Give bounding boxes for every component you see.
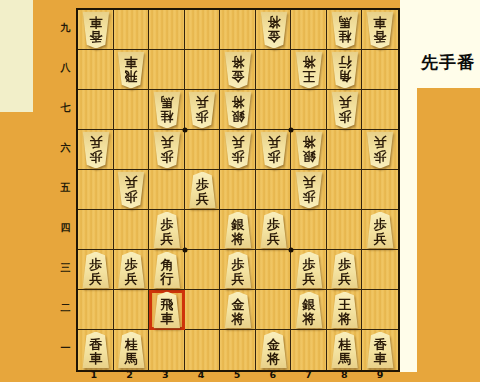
rank-label: 八	[57, 48, 74, 88]
board-cell[interactable]	[114, 90, 150, 130]
gote-piece-body: 桂馬	[116, 332, 146, 369]
gote-piece-body: 歩兵	[330, 252, 360, 289]
board-cell[interactable]	[291, 10, 327, 50]
board-cell[interactable]	[327, 210, 363, 250]
shogi-piece[interactable]: 銀将	[294, 132, 324, 169]
gote-piece-body: 飛車	[152, 292, 182, 329]
piece-kanji: 飛車	[160, 297, 173, 325]
board-cell[interactable]	[78, 210, 114, 250]
sente-piece-body: 桂馬	[330, 11, 360, 48]
piece-kanji: 香車	[374, 15, 387, 43]
piece-kanji: 歩兵	[374, 217, 387, 245]
shogi-piece[interactable]: 歩兵	[116, 172, 146, 209]
piece-kanji: 銀将	[232, 95, 245, 123]
shogi-piece[interactable]: 飛車	[116, 52, 146, 89]
shogi-piece[interactable]: 飛車	[152, 292, 182, 329]
board-cell[interactable]	[220, 170, 256, 210]
gote-piece-body: 香車	[365, 332, 395, 369]
shogi-piece[interactable]: 金将	[259, 332, 289, 369]
rank-labels: 九八七六五四三二一	[57, 8, 74, 368]
board-cell[interactable]	[185, 290, 221, 330]
file-label: 5	[219, 369, 255, 380]
shogi-piece[interactable]: 歩兵	[116, 252, 146, 289]
piece-kanji: 金将	[232, 55, 245, 83]
board-cell[interactable]	[149, 10, 185, 50]
shogi-piece[interactable]: 桂馬	[330, 332, 360, 369]
board-cell[interactable]	[149, 170, 185, 210]
shogi-piece[interactable]: 銀将	[223, 212, 253, 249]
sente-piece-body: 歩兵	[116, 172, 146, 209]
board-cell[interactable]	[362, 290, 398, 330]
file-label: 9	[362, 369, 398, 380]
sente-piece-body: 歩兵	[294, 172, 324, 209]
shogi-piece[interactable]: 金将	[223, 52, 253, 89]
shogi-piece[interactable]: 角行	[330, 52, 360, 89]
piece-kanji: 金将	[267, 15, 280, 43]
sente-piece-body: 銀将	[223, 92, 253, 129]
gote-piece-body: 歩兵	[223, 252, 253, 289]
shogi-piece[interactable]: 香車	[81, 11, 111, 48]
board-cell[interactable]	[327, 170, 363, 210]
board-cell[interactable]	[256, 170, 292, 210]
board-cell[interactable]	[114, 10, 150, 50]
rank-label: 二	[57, 288, 74, 328]
piece-kanji: 歩兵	[303, 175, 316, 203]
shogi-piece[interactable]: 歩兵	[259, 132, 289, 169]
piece-kanji: 歩兵	[303, 257, 316, 285]
shogi-piece[interactable]: 歩兵	[294, 172, 324, 209]
gote-piece-body: 歩兵	[294, 252, 324, 289]
shogi-piece[interactable]: 角行	[152, 252, 182, 289]
board-cell[interactable]	[291, 210, 327, 250]
sente-piece-body: 金将	[259, 11, 289, 48]
piece-kanji: 歩兵	[374, 135, 387, 163]
shogi-piece[interactable]: 歩兵	[365, 132, 395, 169]
shogi-piece[interactable]: 銀将	[223, 92, 253, 129]
shogi-piece[interactable]: 歩兵	[259, 212, 289, 249]
sente-piece-body: 歩兵	[81, 132, 111, 169]
piece-kanji: 歩兵	[338, 95, 351, 123]
gote-piece-body: 銀将	[294, 292, 324, 329]
shogi-piece[interactable]: 歩兵	[152, 132, 182, 169]
piece-kanji: 銀将	[303, 297, 316, 325]
right-panel	[400, 0, 480, 88]
gote-piece-body: 歩兵	[116, 252, 146, 289]
file-label: 1	[76, 369, 112, 380]
rank-label: 六	[57, 128, 74, 168]
file-label: 6	[255, 369, 291, 380]
piece-kanji: 歩兵	[125, 175, 138, 203]
board-cell[interactable]	[78, 90, 114, 130]
shogi-piece[interactable]: 歩兵	[187, 92, 217, 129]
piece-kanji: 角行	[338, 55, 351, 83]
shogi-piece[interactable]: 銀将	[294, 292, 324, 329]
board-cell[interactable]	[78, 170, 114, 210]
shogi-piece[interactable]: 歩兵	[187, 172, 217, 209]
rank-label: 一	[57, 328, 74, 368]
piece-kanji: 歩兵	[89, 257, 102, 285]
board-cell[interactable]	[185, 10, 221, 50]
file-label: 8	[326, 369, 362, 380]
shogi-piece[interactable]: 歩兵	[330, 92, 360, 129]
piece-kanji: 王将	[303, 55, 316, 83]
piece-kanji: 香車	[89, 337, 102, 365]
board-cell[interactable]	[149, 330, 185, 370]
hoshi-dot	[182, 128, 187, 133]
piece-kanji: 香車	[89, 15, 102, 43]
piece-kanji: 桂馬	[160, 95, 173, 123]
piece-kanji: 歩兵	[338, 257, 351, 285]
gote-piece-body: 歩兵	[81, 252, 111, 289]
board-cell[interactable]	[362, 170, 398, 210]
board-cell[interactable]	[362, 90, 398, 130]
piece-kanji: 角行	[160, 257, 173, 285]
file-label: 4	[183, 369, 219, 380]
rank-label: 九	[57, 8, 74, 48]
gote-piece-body: 歩兵	[152, 212, 182, 249]
board-cell[interactable]	[256, 50, 292, 90]
shogi-piece[interactable]: 王将	[294, 52, 324, 89]
piece-kanji: 歩兵	[160, 217, 173, 245]
file-label: 2	[112, 369, 148, 380]
board-cell[interactable]	[291, 90, 327, 130]
rank-label: 三	[57, 248, 74, 288]
file-label: 7	[291, 369, 327, 380]
shogi-piece[interactable]: 金将	[223, 292, 253, 329]
piece-kanji: 桂馬	[338, 337, 351, 365]
board-cell[interactable]	[256, 290, 292, 330]
board-cell[interactable]	[114, 210, 150, 250]
board-cell[interactable]	[185, 330, 221, 370]
gote-piece-body: 桂馬	[330, 332, 360, 369]
piece-kanji: 歩兵	[125, 257, 138, 285]
sente-piece-body: 歩兵	[223, 132, 253, 169]
board-cell[interactable]	[149, 50, 185, 90]
board-cell[interactable]	[185, 50, 221, 90]
gote-piece-body: 金将	[259, 332, 289, 369]
gote-piece-body: 金将	[223, 292, 253, 329]
shogi-piece[interactable]: 桂馬	[330, 11, 360, 48]
sente-piece-body: 飛車	[116, 52, 146, 89]
piece-kanji: 香車	[374, 337, 387, 365]
shogi-piece[interactable]: 桂馬	[152, 92, 182, 129]
board-cell[interactable]	[256, 250, 292, 290]
sente-piece-body: 金将	[223, 52, 253, 89]
shogi-piece[interactable]: 香車	[365, 332, 395, 369]
shogi-piece[interactable]: 香車	[365, 11, 395, 48]
board-cell[interactable]	[78, 290, 114, 330]
board-cell[interactable]	[291, 330, 327, 370]
hoshi-dot	[289, 248, 294, 253]
shogi-piece[interactable]: 金将	[259, 11, 289, 48]
sente-piece-body: 歩兵	[187, 92, 217, 129]
rank-label: 五	[57, 168, 74, 208]
piece-kanji: 歩兵	[267, 217, 280, 245]
shogi-piece[interactable]: 王将	[330, 292, 360, 329]
gote-piece-body: 香車	[81, 332, 111, 369]
piece-kanji: 王将	[338, 297, 351, 325]
piece-kanji: 歩兵	[196, 95, 209, 123]
board-cell[interactable]	[327, 130, 363, 170]
board-cell[interactable]	[220, 10, 256, 50]
board-cell[interactable]	[114, 290, 150, 330]
piece-kanji: 金将	[232, 297, 245, 325]
shogi-piece[interactable]: 香車	[81, 332, 111, 369]
gote-piece-body: 歩兵	[187, 172, 217, 209]
piece-kanji: 桂馬	[125, 337, 138, 365]
sente-piece-body: 王将	[294, 52, 324, 89]
piece-kanji: 歩兵	[160, 135, 173, 163]
board-cell[interactable]	[185, 250, 221, 290]
hoshi-dot	[182, 248, 187, 253]
file-label: 3	[148, 369, 184, 380]
piece-kanji: 銀将	[232, 217, 245, 245]
shogi-app-screen: 先手番 九八七六五四三二一 香車金将桂馬香車飛車金将王将角行桂馬歩兵銀将歩兵歩兵…	[0, 0, 480, 382]
shogi-piece[interactable]: 歩兵	[365, 212, 395, 249]
shogi-piece[interactable]: 歩兵	[330, 252, 360, 289]
rank-label: 四	[57, 208, 74, 248]
board-cell[interactable]	[185, 130, 221, 170]
board-cell[interactable]	[362, 250, 398, 290]
piece-kanji: 銀将	[303, 135, 316, 163]
gote-piece-body: 歩兵	[365, 212, 395, 249]
board-cell[interactable]	[78, 50, 114, 90]
board-cell[interactable]	[220, 330, 256, 370]
file-labels: 123456789	[76, 369, 398, 380]
piece-kanji: 歩兵	[196, 177, 209, 205]
top-left-margin	[0, 0, 33, 112]
sente-piece-body: 香車	[81, 11, 111, 48]
board-cell[interactable]	[114, 130, 150, 170]
board-cell[interactable]	[256, 90, 292, 130]
sente-piece-body: 歩兵	[330, 92, 360, 129]
sente-piece-body: 歩兵	[365, 132, 395, 169]
shogi-piece[interactable]: 歩兵	[81, 252, 111, 289]
shogi-piece[interactable]: 歩兵	[223, 252, 253, 289]
sente-piece-body: 角行	[330, 52, 360, 89]
board-cell[interactable]	[362, 50, 398, 90]
gote-piece-body: 王将	[330, 292, 360, 329]
shogi-piece[interactable]: 歩兵	[152, 212, 182, 249]
sente-piece-body: 香車	[365, 11, 395, 48]
piece-kanji: 歩兵	[232, 257, 245, 285]
sente-piece-body: 歩兵	[259, 132, 289, 169]
sente-piece-body: 歩兵	[152, 132, 182, 169]
shogi-piece[interactable]: 桂馬	[116, 332, 146, 369]
board-cell[interactable]	[185, 210, 221, 250]
gote-piece-body: 歩兵	[259, 212, 289, 249]
shogi-piece[interactable]: 歩兵	[81, 132, 111, 169]
shogi-board[interactable]: 香車金将桂馬香車飛車金将王将角行桂馬歩兵銀将歩兵歩兵歩兵歩兵歩兵銀将歩兵歩兵歩兵…	[76, 8, 400, 372]
piece-kanji: 歩兵	[89, 135, 102, 163]
piece-kanji: 飛車	[125, 55, 138, 83]
shogi-piece[interactable]: 歩兵	[223, 132, 253, 169]
right-margin-strip	[400, 88, 417, 372]
piece-kanji: 金将	[267, 337, 280, 365]
piece-kanji: 歩兵	[232, 135, 245, 163]
shogi-piece[interactable]: 歩兵	[294, 252, 324, 289]
piece-kanji: 桂馬	[338, 15, 351, 43]
turn-indicator: 先手番	[421, 51, 480, 74]
gote-piece-body: 角行	[152, 252, 182, 289]
rank-label: 七	[57, 88, 74, 128]
sente-piece-body: 桂馬	[152, 92, 182, 129]
sente-piece-body: 銀将	[294, 132, 324, 169]
piece-kanji: 歩兵	[267, 135, 280, 163]
hoshi-dot	[289, 128, 294, 133]
gote-piece-body: 銀将	[223, 212, 253, 249]
